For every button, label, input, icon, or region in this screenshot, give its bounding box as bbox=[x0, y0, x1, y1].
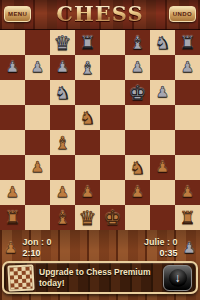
square-c8[interactable]: ♛ bbox=[50, 30, 75, 55]
player-left-score: Jon : 0 bbox=[22, 237, 51, 248]
square-c4[interactable]: ♝ bbox=[50, 130, 75, 155]
black-pawn: ♟ bbox=[31, 60, 44, 75]
square-h1[interactable]: ♜ bbox=[175, 205, 200, 230]
black-bishop: ♝ bbox=[129, 34, 145, 52]
white-pawn: ♟ bbox=[31, 160, 44, 175]
square-b6[interactable] bbox=[25, 80, 50, 105]
banner-text: Upgrade to Chess Premium today! bbox=[39, 267, 158, 288]
square-c3[interactable] bbox=[50, 155, 75, 180]
white-pawn: ♟ bbox=[6, 185, 19, 200]
square-g3[interactable]: ♟ bbox=[150, 155, 175, 180]
black-queen: ♛ bbox=[54, 33, 72, 53]
square-c2[interactable]: ♟ bbox=[50, 180, 75, 205]
square-e4[interactable] bbox=[100, 130, 125, 155]
square-b5[interactable] bbox=[25, 105, 50, 130]
square-d7[interactable]: ♝ bbox=[75, 55, 100, 80]
premium-upgrade-banner[interactable]: Upgrade to Chess Premium today! ↓ bbox=[2, 261, 198, 294]
square-g1[interactable] bbox=[150, 205, 175, 230]
square-e2[interactable] bbox=[100, 180, 125, 205]
square-g2[interactable] bbox=[150, 180, 175, 205]
bottom-panel: ♟ Jon : 0 2:10 Julie : 0 0:35 ♟ Upgrade … bbox=[0, 230, 200, 300]
square-e3[interactable] bbox=[100, 155, 125, 180]
download-button[interactable]: ↓ bbox=[163, 265, 192, 291]
black-pawn: ♟ bbox=[181, 60, 194, 75]
white-pawn: ♟ bbox=[156, 160, 169, 175]
square-d4[interactable] bbox=[75, 130, 100, 155]
square-b1[interactable] bbox=[25, 205, 50, 230]
black-pawn: ♟ bbox=[156, 85, 169, 100]
black-rook: ♜ bbox=[179, 34, 195, 52]
square-h5[interactable] bbox=[175, 105, 200, 130]
white-knight: ♞ bbox=[129, 159, 145, 177]
square-d1[interactable]: ♛ bbox=[75, 205, 100, 230]
square-f6[interactable]: ♚ bbox=[125, 80, 150, 105]
square-a8[interactable] bbox=[0, 30, 25, 55]
square-a2[interactable]: ♟ bbox=[0, 180, 25, 205]
square-d3[interactable] bbox=[75, 155, 100, 180]
player-right-clock: 0:35 bbox=[144, 248, 178, 259]
square-b7[interactable]: ♟ bbox=[25, 55, 50, 80]
square-f8[interactable]: ♝ bbox=[125, 30, 150, 55]
square-h2[interactable]: ♟ bbox=[175, 180, 200, 205]
square-f5[interactable] bbox=[125, 105, 150, 130]
white-pawn: ♟ bbox=[181, 185, 194, 200]
square-e7[interactable] bbox=[100, 55, 125, 80]
square-f2[interactable]: ♟ bbox=[125, 180, 150, 205]
player-right: Julie : 0 0:35 ♟ bbox=[144, 237, 196, 259]
square-d5[interactable]: ♞ bbox=[75, 105, 100, 130]
square-h6[interactable] bbox=[175, 80, 200, 105]
square-a6[interactable] bbox=[0, 80, 25, 105]
square-h8[interactable]: ♜ bbox=[175, 30, 200, 55]
square-e6[interactable] bbox=[100, 80, 125, 105]
square-g4[interactable] bbox=[150, 130, 175, 155]
white-pawn: ♟ bbox=[131, 185, 144, 200]
black-pawn: ♟ bbox=[6, 60, 19, 75]
square-a4[interactable] bbox=[0, 130, 25, 155]
square-f7[interactable]: ♟ bbox=[125, 55, 150, 80]
square-b2[interactable] bbox=[25, 180, 50, 205]
square-d6[interactable] bbox=[75, 80, 100, 105]
header-bar: MENU CHESS UNDO bbox=[0, 0, 200, 30]
square-b8[interactable] bbox=[25, 30, 50, 55]
square-c5[interactable] bbox=[50, 105, 75, 130]
square-b3[interactable]: ♟ bbox=[25, 155, 50, 180]
square-c6[interactable]: ♞ bbox=[50, 80, 75, 105]
square-f4[interactable] bbox=[125, 130, 150, 155]
square-d2[interactable]: ♟ bbox=[75, 180, 100, 205]
black-bishop: ♝ bbox=[79, 59, 95, 77]
player-left-clock: 2:10 bbox=[22, 248, 51, 259]
undo-button[interactable]: UNDO bbox=[169, 6, 196, 22]
square-b4[interactable] bbox=[25, 130, 50, 155]
square-a3[interactable] bbox=[0, 155, 25, 180]
white-king: ♚ bbox=[104, 208, 122, 228]
black-knight: ♞ bbox=[54, 84, 70, 102]
square-g7[interactable] bbox=[150, 55, 175, 80]
white-pawn-icon: ♟ bbox=[4, 240, 17, 255]
square-d8[interactable]: ♜ bbox=[75, 30, 100, 55]
white-pawn: ♟ bbox=[81, 185, 94, 200]
square-a7[interactable]: ♟ bbox=[0, 55, 25, 80]
player-left: ♟ Jon : 0 2:10 bbox=[4, 237, 51, 259]
square-g6[interactable]: ♟ bbox=[150, 80, 175, 105]
square-f3[interactable]: ♞ bbox=[125, 155, 150, 180]
square-f1[interactable] bbox=[125, 205, 150, 230]
white-knight: ♞ bbox=[79, 109, 95, 127]
status-row: ♟ Jon : 0 2:10 Julie : 0 0:35 ♟ bbox=[0, 230, 200, 263]
chess-app: MENU CHESS UNDO ♛♜♝♞♜♟♟♟♝♟♟♞♚♟♞♝♟♞♟♟♟♟♟♟… bbox=[0, 0, 200, 300]
chessboard-icon bbox=[7, 264, 34, 291]
square-e1[interactable]: ♚ bbox=[100, 205, 125, 230]
square-c7[interactable]: ♟ bbox=[50, 55, 75, 80]
download-arrow-icon: ↓ bbox=[169, 269, 187, 287]
white-queen: ♛ bbox=[79, 208, 97, 228]
black-pawn: ♟ bbox=[56, 60, 69, 75]
white-pawn: ♟ bbox=[56, 185, 69, 200]
square-h7[interactable]: ♟ bbox=[175, 55, 200, 80]
black-king: ♚ bbox=[129, 83, 147, 103]
square-h3[interactable] bbox=[175, 155, 200, 180]
player-right-score: Julie : 0 bbox=[144, 237, 178, 248]
square-g5[interactable] bbox=[150, 105, 175, 130]
square-c1[interactable]: ♝ bbox=[50, 205, 75, 230]
square-a5[interactable] bbox=[0, 105, 25, 130]
black-rook: ♜ bbox=[79, 34, 95, 52]
white-rook: ♜ bbox=[179, 209, 195, 227]
black-knight: ♞ bbox=[154, 34, 170, 52]
square-a1[interactable]: ♜ bbox=[0, 205, 25, 230]
square-e8[interactable] bbox=[100, 30, 125, 55]
square-g8[interactable]: ♞ bbox=[150, 30, 175, 55]
white-bishop: ♝ bbox=[54, 209, 70, 227]
black-pawn: ♟ bbox=[131, 60, 144, 75]
chess-board: ♛♜♝♞♜♟♟♟♝♟♟♞♚♟♞♝♟♞♟♟♟♟♟♟♜♝♛♚♜ bbox=[0, 30, 200, 230]
square-h4[interactable] bbox=[175, 130, 200, 155]
white-bishop: ♝ bbox=[54, 134, 70, 152]
white-rook: ♜ bbox=[4, 209, 20, 227]
black-pawn-icon: ♟ bbox=[183, 240, 196, 255]
square-e5[interactable] bbox=[100, 105, 125, 130]
